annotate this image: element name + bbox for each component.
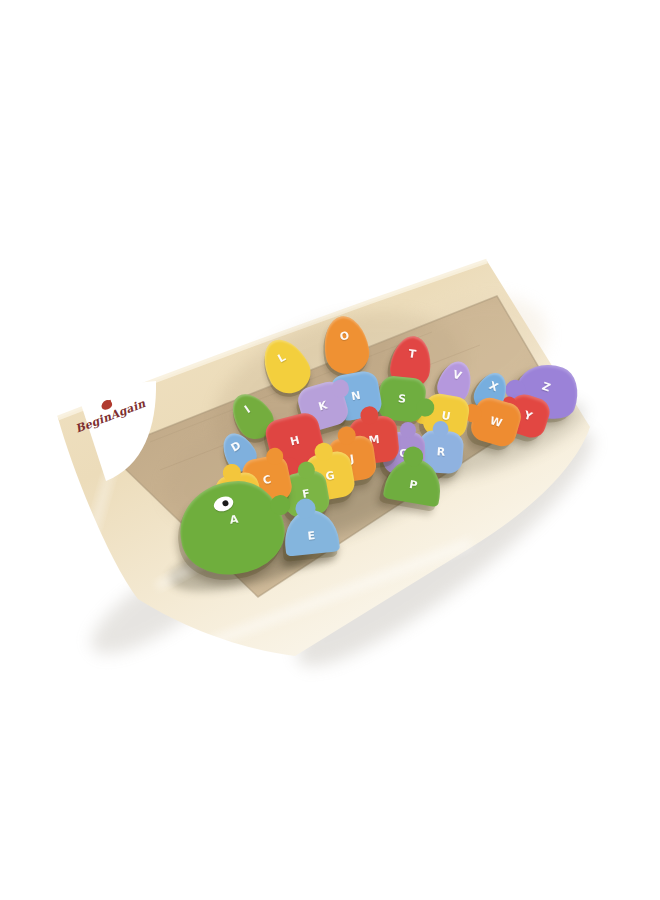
piece-letter-L: L [276, 351, 288, 366]
product-photo-canvas: BeginAgain ABCDEFGHIJKLMNOPQRSTUVWXYZ [0, 0, 660, 900]
puzzle-knob [432, 420, 450, 438]
puzzle-knob [337, 426, 357, 446]
piece-letter-O: O [339, 329, 350, 343]
dinosaur-pupil [221, 500, 229, 508]
piece-letter-Z: Z [540, 380, 552, 395]
piece-letter-R: R [436, 445, 445, 459]
piece-letter-Y: Y [522, 409, 534, 424]
dinosaur-eye [212, 494, 236, 514]
piece-letter-X: X [487, 378, 500, 393]
piece-letter-P: P [408, 477, 418, 491]
piece-letter-C: C [262, 473, 273, 487]
piece-letter-T: T [408, 347, 417, 361]
dinosaur-puzzle: ABCDEFGHIJKLMNOPQRSTUVWXYZ [0, 0, 660, 900]
puzzle-knob [359, 405, 379, 425]
piece-letter-E: E [307, 529, 316, 543]
piece-letter-S: S [397, 392, 406, 406]
piece-letter-I: I [242, 403, 253, 416]
piece-letter-H: H [289, 434, 301, 449]
piece-letter-N: N [350, 389, 361, 403]
piece-letter-A: A [229, 512, 239, 526]
piece-letter-K: K [317, 399, 329, 414]
piece-letter-W: W [488, 414, 503, 430]
piece-letter-D: D [229, 439, 243, 455]
puzzle-piece-O[interactable]: O [319, 313, 372, 378]
puzzle-knob [313, 442, 333, 462]
piece-letter-V: V [451, 368, 463, 383]
puzzle-knob [400, 422, 416, 438]
